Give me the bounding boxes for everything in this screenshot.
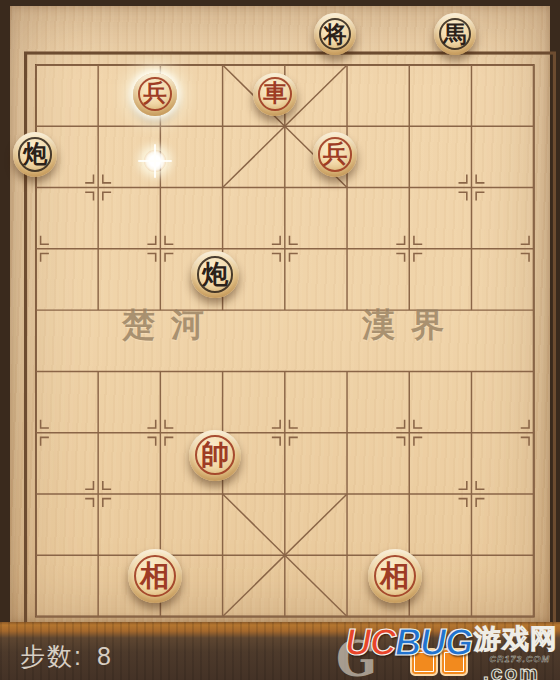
piece-red-general[interactable]: 帥 bbox=[189, 430, 240, 481]
piece-glyph: 相 bbox=[368, 549, 422, 603]
piece-red-elephant-b[interactable]: 相 bbox=[368, 549, 422, 603]
piece-glyph: 車 bbox=[253, 73, 296, 116]
piece-glyph: 将 bbox=[314, 13, 356, 55]
piece-glyph: 馬 bbox=[434, 13, 476, 55]
watermark: G UCBUG 游戏网 CR173.COM .com bbox=[336, 617, 558, 680]
piece-red-chariot[interactable]: 車 bbox=[253, 73, 296, 116]
piece-glyph: 兵 bbox=[133, 73, 176, 116]
status-bar: 步数:8 bbox=[20, 640, 111, 673]
piece-red-elephant-a[interactable]: 相 bbox=[128, 549, 182, 603]
piece-glyph: 兵 bbox=[313, 132, 358, 177]
piece-black-general[interactable]: 将 bbox=[314, 13, 356, 55]
move-count-value: 8 bbox=[97, 642, 111, 670]
game-screen: 楚河 漢界 将馬兵車炮兵炮帥相相 步数:8 G UCBUG 游戏网 CR173.… bbox=[0, 0, 560, 680]
piece-red-soldier-b[interactable]: 兵 bbox=[313, 132, 358, 177]
piece-black-horse[interactable]: 馬 bbox=[434, 13, 476, 55]
piece-black-cannon-b[interactable]: 炮 bbox=[191, 251, 238, 298]
watermark-bug: BUG bbox=[395, 622, 472, 663]
piece-glyph: 炮 bbox=[13, 132, 58, 177]
river-label-chu-he: 楚河 bbox=[122, 303, 220, 348]
piece-glyph: 帥 bbox=[189, 430, 240, 481]
river-label-han-jie: 漢界 bbox=[362, 303, 460, 348]
move-count-label: 步数: bbox=[20, 642, 83, 670]
watermark-uc: UC bbox=[345, 622, 395, 663]
piece-black-cannon-a[interactable]: 炮 bbox=[13, 132, 58, 177]
piece-red-soldier-a[interactable]: 兵 bbox=[133, 73, 176, 116]
piece-glyph: 相 bbox=[128, 549, 182, 603]
piece-glyph: 炮 bbox=[191, 251, 238, 298]
watermark-logo-text: UCBUG bbox=[345, 622, 472, 664]
watermark-site-name: 游戏网 bbox=[474, 621, 558, 657]
watermark-domain: .com bbox=[483, 661, 540, 680]
